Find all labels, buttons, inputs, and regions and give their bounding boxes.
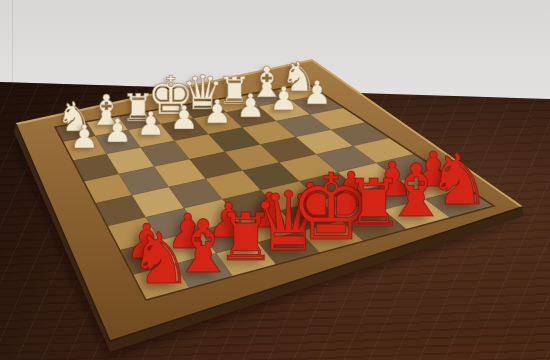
- chessboard: [0, 0, 550, 360]
- photo-scene: ♞♝♜♚♛♜♝♞♟♟♟♟♟♟♟♟♟♟♟♟♟♟♟♟♞♝♜♛♚♜♝♞: [0, 0, 550, 360]
